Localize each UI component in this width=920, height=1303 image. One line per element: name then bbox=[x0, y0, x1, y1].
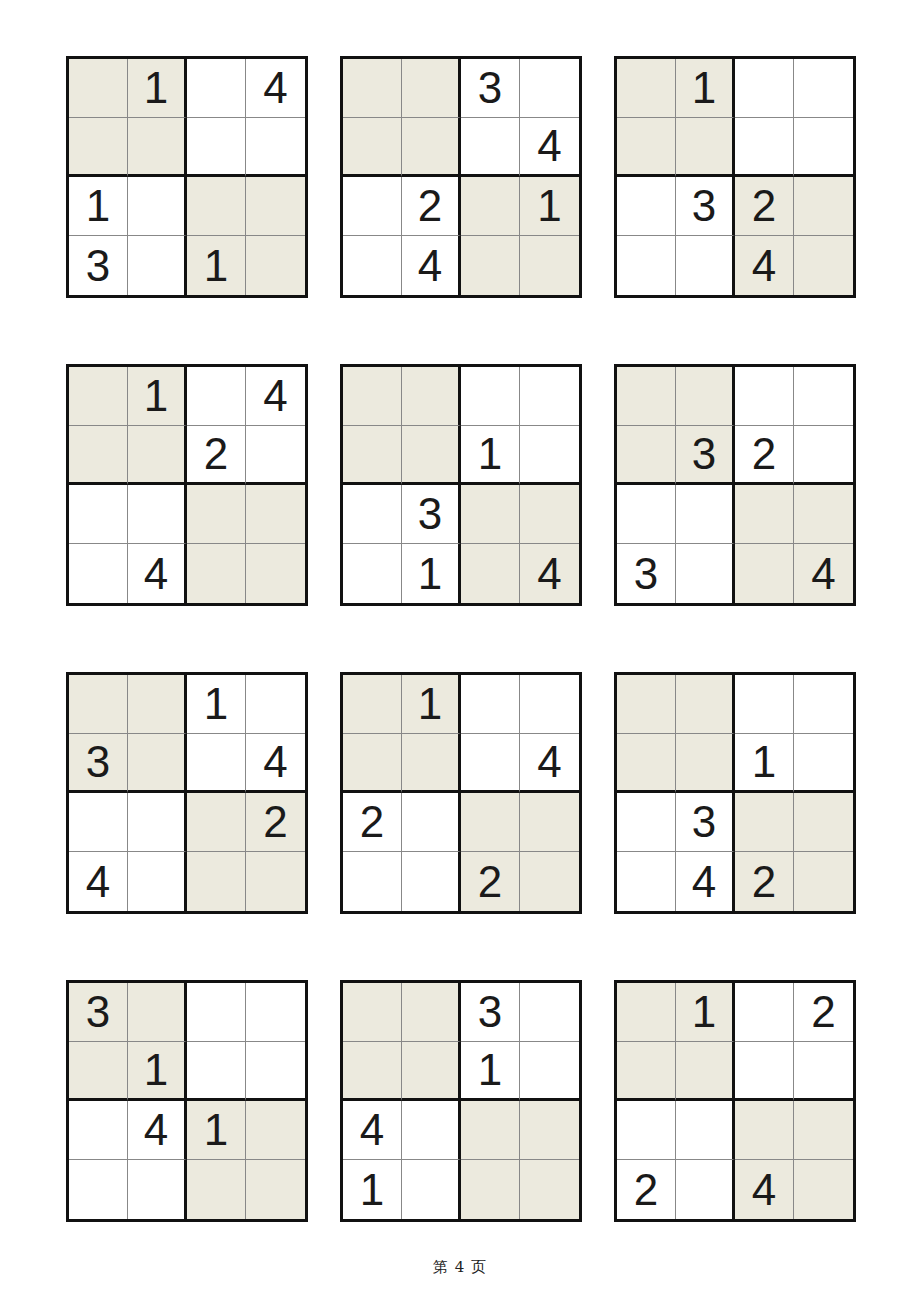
p4-cell-r2c2 bbox=[128, 426, 187, 485]
p10-cell-r4c2 bbox=[128, 1160, 187, 1219]
p10-cell-r4c3 bbox=[187, 1160, 246, 1219]
p2-cell-r4c1 bbox=[343, 236, 402, 295]
worksheet-page: 1413134214132414241314323413424142213423… bbox=[0, 0, 920, 1303]
p1-cell-r1c4: 4 bbox=[246, 59, 305, 118]
p3-cell-r2c2 bbox=[676, 118, 735, 177]
p5-cell-r1c2 bbox=[402, 367, 461, 426]
p12-cell-r4c1: 2 bbox=[617, 1160, 676, 1219]
p1-cell-r3c2 bbox=[128, 177, 187, 236]
p10-cell-r4c4 bbox=[246, 1160, 305, 1219]
p3-cell-r3c3: 2 bbox=[735, 177, 794, 236]
p4-cell-r2c4 bbox=[246, 426, 305, 485]
p12-cell-r4c2 bbox=[676, 1160, 735, 1219]
p6-cell-r4c3 bbox=[735, 544, 794, 603]
p9-cell-r2c4 bbox=[794, 734, 853, 793]
p4-cell-r3c2 bbox=[128, 485, 187, 544]
p12-cell-r1c1 bbox=[617, 983, 676, 1042]
sudoku-board-2: 34214 bbox=[340, 56, 582, 298]
p9-cell-r1c3 bbox=[735, 675, 794, 734]
p7-cell-r2c3 bbox=[187, 734, 246, 793]
p11-cell-r2c2 bbox=[402, 1042, 461, 1101]
p4-cell-r3c1 bbox=[69, 485, 128, 544]
p2-cell-r2c4: 4 bbox=[520, 118, 579, 177]
sudoku-board-7: 13424 bbox=[66, 672, 308, 914]
p3-cell-r1c2: 1 bbox=[676, 59, 735, 118]
p11-cell-r1c1 bbox=[343, 983, 402, 1042]
p10-cell-r1c4 bbox=[246, 983, 305, 1042]
p2-cell-r1c4 bbox=[520, 59, 579, 118]
p10-cell-r3c2: 4 bbox=[128, 1101, 187, 1160]
p11-cell-r3c1: 4 bbox=[343, 1101, 402, 1160]
sudoku-board-11: 3141 bbox=[340, 980, 582, 1222]
p11-cell-r2c4 bbox=[520, 1042, 579, 1101]
p7-cell-r3c1 bbox=[69, 793, 128, 852]
page-number-label: 第 4 页 bbox=[433, 1258, 487, 1276]
p11-cell-r1c4 bbox=[520, 983, 579, 1042]
p4-cell-r2c1 bbox=[69, 426, 128, 485]
p4-cell-r4c2: 4 bbox=[128, 544, 187, 603]
p1-cell-r4c4 bbox=[246, 236, 305, 295]
page-footer: 第 4 页 bbox=[0, 1258, 920, 1277]
p8-cell-r1c3 bbox=[461, 675, 520, 734]
p2-cell-r3c3 bbox=[461, 177, 520, 236]
p9-cell-r2c2 bbox=[676, 734, 735, 793]
p7-cell-r1c1 bbox=[69, 675, 128, 734]
p1-cell-r3c3 bbox=[187, 177, 246, 236]
p3-cell-r2c1 bbox=[617, 118, 676, 177]
p9-cell-r4c2: 4 bbox=[676, 852, 735, 911]
p2-cell-r2c3 bbox=[461, 118, 520, 177]
p5-cell-r3c4 bbox=[520, 485, 579, 544]
sudoku-board-4: 1424 bbox=[66, 364, 308, 606]
p11-cell-r2c1 bbox=[343, 1042, 402, 1101]
p8-cell-r2c4: 4 bbox=[520, 734, 579, 793]
p3-cell-r4c2 bbox=[676, 236, 735, 295]
p12-cell-r4c4 bbox=[794, 1160, 853, 1219]
p8-cell-r1c2: 1 bbox=[402, 675, 461, 734]
p3-cell-r2c3 bbox=[735, 118, 794, 177]
p11-cell-r4c2 bbox=[402, 1160, 461, 1219]
p12-cell-r3c3 bbox=[735, 1101, 794, 1160]
p5-cell-r4c3 bbox=[461, 544, 520, 603]
p8-cell-r1c1 bbox=[343, 675, 402, 734]
p4-cell-r3c3 bbox=[187, 485, 246, 544]
p7-cell-r4c2 bbox=[128, 852, 187, 911]
p4-cell-r2c3: 2 bbox=[187, 426, 246, 485]
p2-cell-r1c3: 3 bbox=[461, 59, 520, 118]
p5-cell-r1c1 bbox=[343, 367, 402, 426]
p12-cell-r1c2: 1 bbox=[676, 983, 735, 1042]
p8-cell-r3c3 bbox=[461, 793, 520, 852]
p2-cell-r4c4 bbox=[520, 236, 579, 295]
p6-cell-r4c4: 4 bbox=[794, 544, 853, 603]
p11-cell-r4c4 bbox=[520, 1160, 579, 1219]
p6-cell-r2c3: 2 bbox=[735, 426, 794, 485]
p9-cell-r4c3: 2 bbox=[735, 852, 794, 911]
p5-cell-r4c2: 1 bbox=[402, 544, 461, 603]
p11-cell-r3c3 bbox=[461, 1101, 520, 1160]
p8-cell-r1c4 bbox=[520, 675, 579, 734]
p7-cell-r4c1: 4 bbox=[69, 852, 128, 911]
p12-cell-r1c3 bbox=[735, 983, 794, 1042]
puzzle-sheet: 1413134214132414241314323413424142213423… bbox=[66, 56, 856, 1222]
p9-cell-r3c2: 3 bbox=[676, 793, 735, 852]
p2-cell-r4c3 bbox=[461, 236, 520, 295]
p3-cell-r3c2: 3 bbox=[676, 177, 735, 236]
p3-cell-r2c4 bbox=[794, 118, 853, 177]
p4-cell-r4c4 bbox=[246, 544, 305, 603]
p6-cell-r1c4 bbox=[794, 367, 853, 426]
p6-cell-r1c1 bbox=[617, 367, 676, 426]
p7-cell-r3c2 bbox=[128, 793, 187, 852]
p12-cell-r4c3: 4 bbox=[735, 1160, 794, 1219]
p11-cell-r3c4 bbox=[520, 1101, 579, 1160]
p1-cell-r3c1: 1 bbox=[69, 177, 128, 236]
p5-cell-r2c3: 1 bbox=[461, 426, 520, 485]
p12-cell-r1c4: 2 bbox=[794, 983, 853, 1042]
p10-cell-r3c3: 1 bbox=[187, 1101, 246, 1160]
p11-cell-r1c2 bbox=[402, 983, 461, 1042]
p2-cell-r1c1 bbox=[343, 59, 402, 118]
p12-cell-r2c4 bbox=[794, 1042, 853, 1101]
p10-cell-r2c3 bbox=[187, 1042, 246, 1101]
p4-cell-r4c3 bbox=[187, 544, 246, 603]
p5-cell-r3c1 bbox=[343, 485, 402, 544]
p10-cell-r1c3 bbox=[187, 983, 246, 1042]
p12-cell-r2c1 bbox=[617, 1042, 676, 1101]
p5-cell-r4c1 bbox=[343, 544, 402, 603]
p9-cell-r1c4 bbox=[794, 675, 853, 734]
p3-cell-r1c1 bbox=[617, 59, 676, 118]
p2-cell-r3c4: 1 bbox=[520, 177, 579, 236]
p6-cell-r4c1: 3 bbox=[617, 544, 676, 603]
p9-cell-r2c3: 1 bbox=[735, 734, 794, 793]
p8-cell-r3c4 bbox=[520, 793, 579, 852]
p12-cell-r2c2 bbox=[676, 1042, 735, 1101]
p7-cell-r4c4 bbox=[246, 852, 305, 911]
p8-cell-r2c1 bbox=[343, 734, 402, 793]
sudoku-board-9: 1342 bbox=[614, 672, 856, 914]
p5-cell-r3c2: 3 bbox=[402, 485, 461, 544]
p2-cell-r2c1 bbox=[343, 118, 402, 177]
p8-cell-r4c3: 2 bbox=[461, 852, 520, 911]
p3-cell-r1c3 bbox=[735, 59, 794, 118]
p2-cell-r3c1 bbox=[343, 177, 402, 236]
p11-cell-r4c3 bbox=[461, 1160, 520, 1219]
p8-cell-r4c2 bbox=[402, 852, 461, 911]
p10-cell-r1c2 bbox=[128, 983, 187, 1042]
p1-cell-r4c1: 3 bbox=[69, 236, 128, 295]
p3-cell-r1c4 bbox=[794, 59, 853, 118]
p2-cell-r1c2 bbox=[402, 59, 461, 118]
p7-cell-r1c2 bbox=[128, 675, 187, 734]
p9-cell-r3c3 bbox=[735, 793, 794, 852]
p8-cell-r3c2 bbox=[402, 793, 461, 852]
p11-cell-r2c3: 1 bbox=[461, 1042, 520, 1101]
p4-cell-r1c4: 4 bbox=[246, 367, 305, 426]
p1-cell-r2c4 bbox=[246, 118, 305, 177]
sudoku-board-1: 14131 bbox=[66, 56, 308, 298]
p4-cell-r1c1 bbox=[69, 367, 128, 426]
sudoku-board-10: 3141 bbox=[66, 980, 308, 1222]
p5-cell-r1c3 bbox=[461, 367, 520, 426]
p12-cell-r3c2 bbox=[676, 1101, 735, 1160]
p6-cell-r2c2: 3 bbox=[676, 426, 735, 485]
p11-cell-r4c1: 1 bbox=[343, 1160, 402, 1219]
p8-cell-r2c3 bbox=[461, 734, 520, 793]
p3-cell-r4c1 bbox=[617, 236, 676, 295]
p12-cell-r2c3 bbox=[735, 1042, 794, 1101]
sudoku-board-5: 1314 bbox=[340, 364, 582, 606]
p7-cell-r2c2 bbox=[128, 734, 187, 793]
p9-cell-r4c4 bbox=[794, 852, 853, 911]
p7-cell-r3c4: 2 bbox=[246, 793, 305, 852]
p9-cell-r3c1 bbox=[617, 793, 676, 852]
p6-cell-r1c3 bbox=[735, 367, 794, 426]
p2-cell-r3c2: 2 bbox=[402, 177, 461, 236]
p1-cell-r4c2 bbox=[128, 236, 187, 295]
p3-cell-r4c4 bbox=[794, 236, 853, 295]
p5-cell-r1c4 bbox=[520, 367, 579, 426]
p7-cell-r3c3 bbox=[187, 793, 246, 852]
p12-cell-r3c4 bbox=[794, 1101, 853, 1160]
p9-cell-r1c2 bbox=[676, 675, 735, 734]
p10-cell-r3c4 bbox=[246, 1101, 305, 1160]
p5-cell-r2c2 bbox=[402, 426, 461, 485]
p9-cell-r4c1 bbox=[617, 852, 676, 911]
sudoku-board-3: 1324 bbox=[614, 56, 856, 298]
p10-cell-r4c1 bbox=[69, 1160, 128, 1219]
p3-cell-r4c3: 4 bbox=[735, 236, 794, 295]
p10-cell-r2c1 bbox=[69, 1042, 128, 1101]
p4-cell-r1c3 bbox=[187, 367, 246, 426]
p7-cell-r2c4: 4 bbox=[246, 734, 305, 793]
p11-cell-r3c2 bbox=[402, 1101, 461, 1160]
sudoku-board-6: 3234 bbox=[614, 364, 856, 606]
p8-cell-r4c1 bbox=[343, 852, 402, 911]
p7-cell-r1c4 bbox=[246, 675, 305, 734]
p7-cell-r1c3: 1 bbox=[187, 675, 246, 734]
p1-cell-r1c3 bbox=[187, 59, 246, 118]
p9-cell-r1c1 bbox=[617, 675, 676, 734]
p8-cell-r2c2 bbox=[402, 734, 461, 793]
p8-cell-r3c1: 2 bbox=[343, 793, 402, 852]
p7-cell-r4c3 bbox=[187, 852, 246, 911]
p6-cell-r2c4 bbox=[794, 426, 853, 485]
p3-cell-r3c1 bbox=[617, 177, 676, 236]
p3-cell-r3c4 bbox=[794, 177, 853, 236]
p10-cell-r2c2: 1 bbox=[128, 1042, 187, 1101]
p12-cell-r3c1 bbox=[617, 1101, 676, 1160]
p1-cell-r1c1 bbox=[69, 59, 128, 118]
p5-cell-r3c3 bbox=[461, 485, 520, 544]
p1-cell-r2c3 bbox=[187, 118, 246, 177]
sudoku-board-8: 1422 bbox=[340, 672, 582, 914]
p5-cell-r2c4 bbox=[520, 426, 579, 485]
p6-cell-r3c1 bbox=[617, 485, 676, 544]
p6-cell-r3c3 bbox=[735, 485, 794, 544]
p4-cell-r3c4 bbox=[246, 485, 305, 544]
p6-cell-r4c2 bbox=[676, 544, 735, 603]
p11-cell-r1c3: 3 bbox=[461, 983, 520, 1042]
p4-cell-r1c2: 1 bbox=[128, 367, 187, 426]
p1-cell-r4c3: 1 bbox=[187, 236, 246, 295]
p8-cell-r4c4 bbox=[520, 852, 579, 911]
p9-cell-r2c1 bbox=[617, 734, 676, 793]
p4-cell-r4c1 bbox=[69, 544, 128, 603]
p10-cell-r3c1 bbox=[69, 1101, 128, 1160]
p10-cell-r1c1: 3 bbox=[69, 983, 128, 1042]
p1-cell-r2c2 bbox=[128, 118, 187, 177]
p7-cell-r2c1: 3 bbox=[69, 734, 128, 793]
p5-cell-r2c1 bbox=[343, 426, 402, 485]
p5-cell-r4c4: 4 bbox=[520, 544, 579, 603]
p10-cell-r2c4 bbox=[246, 1042, 305, 1101]
p6-cell-r3c2 bbox=[676, 485, 735, 544]
p9-cell-r3c4 bbox=[794, 793, 853, 852]
p1-cell-r2c1 bbox=[69, 118, 128, 177]
p6-cell-r1c2 bbox=[676, 367, 735, 426]
p6-cell-r3c4 bbox=[794, 485, 853, 544]
sudoku-board-12: 1224 bbox=[614, 980, 856, 1222]
p1-cell-r1c2: 1 bbox=[128, 59, 187, 118]
p6-cell-r2c1 bbox=[617, 426, 676, 485]
p1-cell-r3c4 bbox=[246, 177, 305, 236]
p2-cell-r4c2: 4 bbox=[402, 236, 461, 295]
p2-cell-r2c2 bbox=[402, 118, 461, 177]
